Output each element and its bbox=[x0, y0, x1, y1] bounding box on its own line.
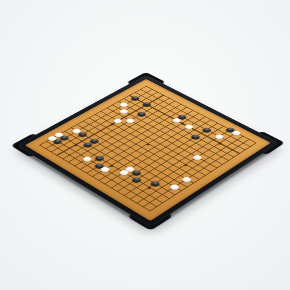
go-board bbox=[16, 75, 279, 227]
white-stone bbox=[118, 102, 129, 108]
white-stone bbox=[118, 108, 129, 114]
white-stone bbox=[183, 124, 194, 130]
black-stone bbox=[150, 180, 162, 187]
white-stone bbox=[82, 155, 94, 162]
white-stone bbox=[214, 133, 225, 139]
black-stone bbox=[94, 155, 106, 162]
board-surface bbox=[25, 79, 271, 221]
white-stone bbox=[169, 184, 181, 191]
white-stone bbox=[231, 130, 242, 136]
white-stone bbox=[100, 166, 112, 173]
white-stone bbox=[192, 154, 203, 161]
white-stone bbox=[124, 118, 135, 124]
white-stone bbox=[113, 118, 124, 124]
black-stone bbox=[130, 96, 141, 102]
black-stone bbox=[190, 134, 201, 140]
black-stone bbox=[136, 111, 147, 117]
black-stone bbox=[201, 127, 212, 133]
black-stone bbox=[131, 177, 143, 184]
white-stone bbox=[181, 176, 193, 183]
photo-background bbox=[0, 0, 290, 290]
stone-grid bbox=[34, 83, 262, 215]
